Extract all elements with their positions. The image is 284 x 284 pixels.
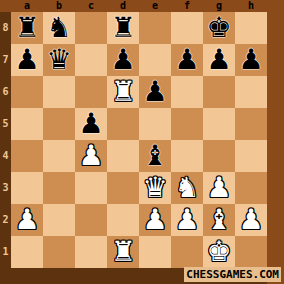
- file-label-h: h: [235, 0, 267, 12]
- white-pawn-g3: ♟: [206, 172, 231, 204]
- square-h1[interactable]: [235, 236, 267, 268]
- square-g3[interactable]: ♟: [203, 172, 235, 204]
- black-pawn-e6: ♟: [142, 76, 167, 108]
- square-b7[interactable]: ♛: [43, 44, 75, 76]
- rank-label-3: 3: [0, 172, 11, 204]
- rank-label-8: 8: [0, 12, 11, 44]
- square-g1[interactable]: ♚: [203, 236, 235, 268]
- square-d1[interactable]: ♜: [107, 236, 139, 268]
- square-c2[interactable]: [75, 204, 107, 236]
- square-d7[interactable]: ♟: [107, 44, 139, 76]
- square-h5[interactable]: [235, 108, 267, 140]
- rank-label-7: 7: [0, 44, 11, 76]
- chess-board: ♜♞♜♚♟♛♟♟♟♟♜♟♟♟♝♛♞♟♟♟♟♝♟♜♚: [11, 12, 267, 268]
- rank-label-1: 1: [0, 236, 11, 268]
- square-d6[interactable]: ♜: [107, 76, 139, 108]
- square-a8[interactable]: ♜: [11, 12, 43, 44]
- chess-diagram: abcdefgh 87654321 ♜♞♜♚♟♛♟♟♟♟♜♟♟♟♝♛♞♟♟♟♟♝…: [0, 0, 284, 284]
- square-b6[interactable]: [43, 76, 75, 108]
- rank-labels: 87654321: [0, 12, 11, 268]
- square-a2[interactable]: ♟: [11, 204, 43, 236]
- file-label-f: f: [171, 0, 203, 12]
- black-rook-a8: ♜: [14, 12, 39, 44]
- black-bishop-e4: ♝: [142, 140, 167, 172]
- square-g5[interactable]: [203, 108, 235, 140]
- square-a7[interactable]: ♟: [11, 44, 43, 76]
- square-h2[interactable]: ♟: [235, 204, 267, 236]
- square-h6[interactable]: [235, 76, 267, 108]
- square-c6[interactable]: [75, 76, 107, 108]
- square-a3[interactable]: [11, 172, 43, 204]
- square-b8[interactable]: ♞: [43, 12, 75, 44]
- square-b1[interactable]: [43, 236, 75, 268]
- black-knight-b8: ♞: [46, 12, 71, 44]
- white-pawn-f2: ♟: [174, 204, 199, 236]
- square-c7[interactable]: [75, 44, 107, 76]
- white-king-g1: ♚: [206, 236, 231, 268]
- board-border-right: [267, 12, 284, 284]
- black-queen-b7: ♛: [46, 44, 71, 76]
- square-f6[interactable]: [171, 76, 203, 108]
- square-e2[interactable]: ♟: [139, 204, 171, 236]
- square-e4[interactable]: ♝: [139, 140, 171, 172]
- black-pawn-a7: ♟: [14, 44, 39, 76]
- square-c5[interactable]: ♟: [75, 108, 107, 140]
- square-c8[interactable]: [75, 12, 107, 44]
- square-g7[interactable]: ♟: [203, 44, 235, 76]
- square-e5[interactable]: [139, 108, 171, 140]
- black-pawn-f7: ♟: [174, 44, 199, 76]
- square-b5[interactable]: [43, 108, 75, 140]
- white-pawn-e2: ♟: [142, 204, 167, 236]
- square-e3[interactable]: ♛: [139, 172, 171, 204]
- square-f4[interactable]: [171, 140, 203, 172]
- black-rook-d8: ♜: [110, 12, 135, 44]
- square-d4[interactable]: [107, 140, 139, 172]
- square-f3[interactable]: ♞: [171, 172, 203, 204]
- square-d2[interactable]: [107, 204, 139, 236]
- square-b3[interactable]: [43, 172, 75, 204]
- square-a5[interactable]: [11, 108, 43, 140]
- black-pawn-g7: ♟: [206, 44, 231, 76]
- file-label-c: c: [75, 0, 107, 12]
- square-f7[interactable]: ♟: [171, 44, 203, 76]
- square-f2[interactable]: ♟: [171, 204, 203, 236]
- square-d5[interactable]: [107, 108, 139, 140]
- square-h4[interactable]: [235, 140, 267, 172]
- square-h7[interactable]: ♟: [235, 44, 267, 76]
- rank-label-6: 6: [0, 76, 11, 108]
- square-b2[interactable]: [43, 204, 75, 236]
- square-b4[interactable]: [43, 140, 75, 172]
- square-a6[interactable]: [11, 76, 43, 108]
- square-e6[interactable]: ♟: [139, 76, 171, 108]
- square-g6[interactable]: [203, 76, 235, 108]
- square-d3[interactable]: [107, 172, 139, 204]
- square-f5[interactable]: [171, 108, 203, 140]
- white-bishop-g2: ♝: [206, 204, 231, 236]
- square-h3[interactable]: [235, 172, 267, 204]
- square-g2[interactable]: ♝: [203, 204, 235, 236]
- square-e7[interactable]: [139, 44, 171, 76]
- square-f1[interactable]: [171, 236, 203, 268]
- rank-label-2: 2: [0, 204, 11, 236]
- square-a1[interactable]: [11, 236, 43, 268]
- black-pawn-h7: ♟: [238, 44, 263, 76]
- square-d8[interactable]: ♜: [107, 12, 139, 44]
- white-pawn-c4: ♟: [78, 140, 103, 172]
- square-a4[interactable]: [11, 140, 43, 172]
- square-g8[interactable]: ♚: [203, 12, 235, 44]
- black-king-g8: ♚: [206, 12, 231, 44]
- white-queen-e3: ♛: [142, 172, 167, 204]
- square-g4[interactable]: [203, 140, 235, 172]
- square-c4[interactable]: ♟: [75, 140, 107, 172]
- white-rook-d1: ♜: [110, 236, 135, 268]
- site-label: CHESSGAMES.COM: [184, 267, 281, 282]
- file-label-e: e: [139, 0, 171, 12]
- white-rook-d6: ♜: [110, 76, 135, 108]
- white-pawn-a2: ♟: [14, 204, 39, 236]
- black-pawn-d7: ♟: [110, 44, 135, 76]
- black-pawn-c5: ♟: [78, 108, 103, 140]
- rank-label-4: 4: [0, 140, 11, 172]
- square-f8[interactable]: [171, 12, 203, 44]
- square-e8[interactable]: [139, 12, 171, 44]
- rank-label-5: 5: [0, 108, 11, 140]
- white-knight-f3: ♞: [174, 172, 199, 204]
- square-h8[interactable]: [235, 12, 267, 44]
- square-c1[interactable]: [75, 236, 107, 268]
- white-pawn-h2: ♟: [238, 204, 263, 236]
- square-e1[interactable]: [139, 236, 171, 268]
- square-c3[interactable]: [75, 172, 107, 204]
